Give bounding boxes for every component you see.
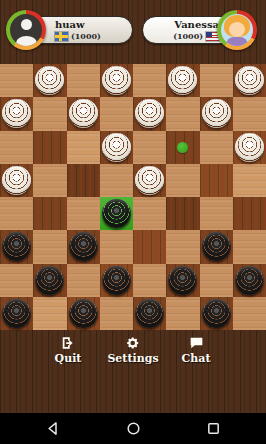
black-piece[interactable] bbox=[102, 266, 131, 295]
black-piece[interactable] bbox=[168, 266, 197, 295]
square-r5c3[interactable] bbox=[100, 230, 133, 263]
square-r4c7[interactable] bbox=[233, 197, 266, 230]
black-piece[interactable] bbox=[102, 199, 131, 228]
square-r0c1[interactable] bbox=[33, 64, 66, 97]
square-r0c4[interactable] bbox=[133, 64, 166, 97]
right-player-rating: (1000) bbox=[173, 31, 203, 41]
black-piece[interactable] bbox=[2, 299, 31, 328]
white-piece[interactable] bbox=[235, 133, 264, 162]
square-r1c3[interactable] bbox=[100, 97, 133, 130]
square-r1c6[interactable] bbox=[200, 97, 233, 130]
square-r1c0[interactable] bbox=[0, 97, 33, 130]
square-r0c2[interactable] bbox=[67, 64, 100, 97]
black-piece[interactable] bbox=[202, 299, 231, 328]
black-piece[interactable] bbox=[235, 266, 264, 295]
square-r5c6[interactable] bbox=[200, 230, 233, 263]
white-piece[interactable] bbox=[69, 99, 98, 128]
black-piece[interactable] bbox=[2, 232, 31, 261]
square-r4c0[interactable] bbox=[0, 197, 33, 230]
square-r6c1[interactable] bbox=[33, 264, 66, 297]
square-r5c1[interactable] bbox=[33, 230, 66, 263]
square-r2c6[interactable] bbox=[200, 131, 233, 164]
square-r3c3[interactable] bbox=[100, 164, 133, 197]
square-r7c7[interactable] bbox=[233, 297, 266, 330]
white-piece[interactable] bbox=[35, 66, 64, 95]
square-r5c2[interactable] bbox=[67, 230, 100, 263]
white-piece[interactable] bbox=[168, 66, 197, 95]
white-piece[interactable] bbox=[202, 99, 231, 128]
black-piece[interactable] bbox=[35, 266, 64, 295]
square-r2c7[interactable] bbox=[233, 131, 266, 164]
square-r0c0[interactable] bbox=[0, 64, 33, 97]
square-r4c1[interactable] bbox=[33, 197, 66, 230]
square-r3c4[interactable] bbox=[133, 164, 166, 197]
back-icon[interactable] bbox=[44, 420, 62, 438]
square-r2c4[interactable] bbox=[133, 131, 166, 164]
person-icon bbox=[10, 14, 42, 46]
girl-avatar-icon bbox=[221, 14, 253, 46]
chat-button[interactable]: Chat bbox=[168, 336, 224, 365]
settings-button[interactable]: Settings bbox=[101, 336, 165, 365]
square-r6c5[interactable] bbox=[166, 264, 199, 297]
square-r0c5[interactable] bbox=[166, 64, 199, 97]
square-r3c1[interactable] bbox=[33, 164, 66, 197]
square-r2c5[interactable] bbox=[166, 131, 199, 164]
square-r6c3[interactable] bbox=[100, 264, 133, 297]
square-r2c0[interactable] bbox=[0, 131, 33, 164]
square-r3c6[interactable] bbox=[200, 164, 233, 197]
white-piece[interactable] bbox=[235, 66, 264, 95]
board bbox=[0, 64, 266, 330]
square-r2c1[interactable] bbox=[33, 131, 66, 164]
square-r6c6[interactable] bbox=[200, 264, 233, 297]
square-r3c5[interactable] bbox=[166, 164, 199, 197]
settings-label: Settings bbox=[101, 352, 165, 365]
square-r0c7[interactable] bbox=[233, 64, 266, 97]
right-player-avatar[interactable] bbox=[217, 10, 257, 50]
square-r2c3[interactable] bbox=[100, 131, 133, 164]
square-r5c5[interactable] bbox=[166, 230, 199, 263]
square-r1c7[interactable] bbox=[233, 97, 266, 130]
white-piece[interactable] bbox=[102, 133, 131, 162]
square-r4c5[interactable] bbox=[166, 197, 199, 230]
black-piece[interactable] bbox=[69, 232, 98, 261]
checkers-app-screen: huaw (1000) Vanessa (1000) bbox=[0, 0, 266, 444]
square-r5c7[interactable] bbox=[233, 230, 266, 263]
exit-icon bbox=[40, 336, 96, 351]
square-r6c2[interactable] bbox=[67, 264, 100, 297]
white-piece[interactable] bbox=[135, 99, 164, 128]
square-r7c1[interactable] bbox=[33, 297, 66, 330]
black-piece[interactable] bbox=[135, 299, 164, 328]
chat-bubble-icon bbox=[168, 336, 224, 351]
square-r7c2[interactable] bbox=[67, 297, 100, 330]
quit-button[interactable]: Quit bbox=[40, 336, 96, 365]
square-r7c3[interactable] bbox=[100, 297, 133, 330]
square-r6c0[interactable] bbox=[0, 264, 33, 297]
square-r7c0[interactable] bbox=[0, 297, 33, 330]
sweden-flag-icon bbox=[55, 32, 68, 41]
square-r7c4[interactable] bbox=[133, 297, 166, 330]
square-r5c4[interactable] bbox=[133, 230, 166, 263]
square-r2c2[interactable] bbox=[67, 131, 100, 164]
square-r3c2[interactable] bbox=[67, 164, 100, 197]
white-piece[interactable] bbox=[2, 166, 31, 195]
square-r4c6[interactable] bbox=[200, 197, 233, 230]
square-r7c5[interactable] bbox=[166, 297, 199, 330]
square-r0c6[interactable] bbox=[200, 64, 233, 97]
android-nav-bar bbox=[0, 413, 266, 444]
square-r0c3[interactable] bbox=[100, 64, 133, 97]
square-r4c3[interactable] bbox=[100, 197, 133, 230]
square-r1c5[interactable] bbox=[166, 97, 199, 130]
square-r3c7[interactable] bbox=[233, 164, 266, 197]
left-player-avatar[interactable] bbox=[6, 10, 46, 50]
chat-label: Chat bbox=[168, 352, 224, 365]
black-piece[interactable] bbox=[69, 299, 98, 328]
left-player-name: huaw bbox=[55, 19, 132, 31]
white-piece[interactable] bbox=[2, 99, 31, 128]
square-r1c2[interactable] bbox=[67, 97, 100, 130]
white-piece[interactable] bbox=[102, 66, 131, 95]
black-piece[interactable] bbox=[202, 232, 231, 261]
recents-icon[interactable] bbox=[204, 420, 222, 438]
square-r1c1[interactable] bbox=[33, 97, 66, 130]
square-r7c6[interactable] bbox=[200, 297, 233, 330]
quit-label: Quit bbox=[40, 352, 96, 365]
left-player-rating: (1000) bbox=[71, 31, 101, 41]
game-toolbar: Quit Settings Chat bbox=[0, 336, 266, 370]
right-player-name: Vanessa bbox=[143, 19, 219, 31]
square-r4c4[interactable] bbox=[133, 197, 166, 230]
home-icon[interactable] bbox=[124, 420, 142, 438]
white-piece[interactable] bbox=[135, 166, 164, 195]
square-r5c0[interactable] bbox=[0, 230, 33, 263]
square-r6c7[interactable] bbox=[233, 264, 266, 297]
square-r3c0[interactable] bbox=[0, 164, 33, 197]
square-r6c4[interactable] bbox=[133, 264, 166, 297]
square-r1c4[interactable] bbox=[133, 97, 166, 130]
gear-icon bbox=[101, 336, 165, 351]
square-r4c2[interactable] bbox=[67, 197, 100, 230]
move-target-dot[interactable] bbox=[177, 142, 188, 153]
